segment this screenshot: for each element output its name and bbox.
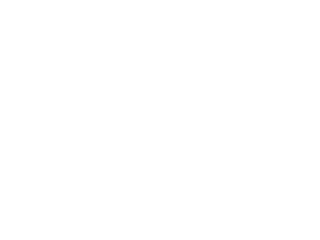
chess-board — [0, 0, 96, 96]
chess-set-photo — [0, 0, 200, 156]
